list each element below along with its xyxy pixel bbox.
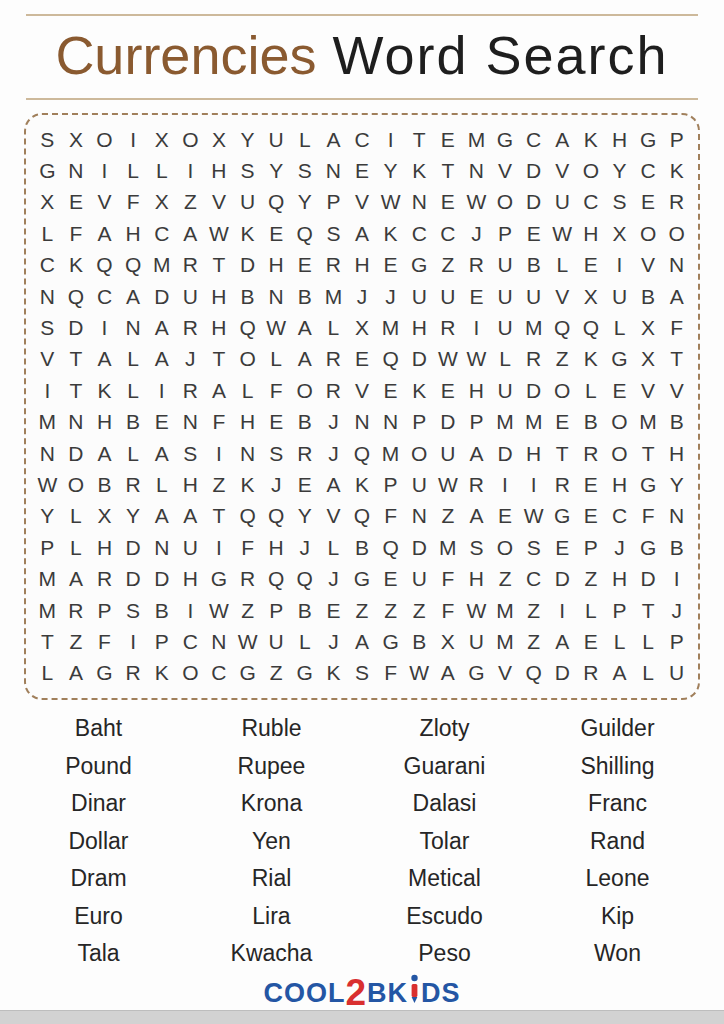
grid-cell: G	[634, 469, 663, 500]
grid-cell: S	[33, 312, 62, 343]
grid-cell: M	[434, 532, 463, 563]
grid-cell: Q	[348, 501, 377, 532]
grid-cell: I	[176, 595, 205, 626]
grid-cell: E	[434, 124, 463, 155]
grid-cell: A	[90, 218, 119, 249]
grid-cell: I	[491, 469, 520, 500]
word-item: Metical	[358, 860, 531, 898]
grid-cell: U	[176, 281, 205, 312]
grid-cell: N	[176, 407, 205, 438]
grid-cell: J	[319, 438, 348, 469]
word-item: Escudo	[358, 898, 531, 936]
grid-cell: W	[462, 595, 491, 626]
grid-cell: B	[577, 407, 606, 438]
grid-cell: B	[290, 595, 319, 626]
grid-cell: I	[662, 563, 691, 594]
grid-cell: Q	[62, 281, 91, 312]
grid-cell: V	[319, 501, 348, 532]
grid-cell: Z	[62, 626, 91, 657]
grid-cell: Z	[519, 595, 548, 626]
grid-cell: O	[605, 407, 634, 438]
grid-cell: E	[147, 407, 176, 438]
word-item: Zloty	[358, 710, 531, 748]
grid-cell: R	[176, 312, 205, 343]
grid-cell: W	[376, 187, 405, 218]
grid-cell: Q	[376, 344, 405, 375]
word-item: Dalasi	[358, 785, 531, 823]
grid-cell: K	[577, 344, 606, 375]
grid-cell: U	[434, 281, 463, 312]
grid-cell: J	[348, 281, 377, 312]
grid-cell: R	[548, 469, 577, 500]
grid-cell: F	[434, 595, 463, 626]
grid-cell: Q	[262, 187, 291, 218]
grid-cell: F	[62, 218, 91, 249]
grid-cell: L	[605, 312, 634, 343]
grid-cell: T	[634, 438, 663, 469]
grid-cell: Q	[290, 563, 319, 594]
grid-cell: Z	[405, 595, 434, 626]
grid-cell: K	[662, 155, 691, 186]
grid-cell: L	[290, 124, 319, 155]
grid-cell: W	[462, 187, 491, 218]
grid-cell: P	[662, 626, 691, 657]
logo-segment: COOL	[263, 978, 345, 1008]
grid-cell: D	[434, 407, 463, 438]
grid-cell: U	[491, 281, 520, 312]
grid-cell: E	[376, 563, 405, 594]
grid-cell: I	[176, 155, 205, 186]
grid-cell: D	[62, 312, 91, 343]
grid-cell: C	[519, 563, 548, 594]
grid-cell: H	[662, 438, 691, 469]
grid-cell: J	[319, 626, 348, 657]
grid-cell: A	[548, 626, 577, 657]
grid-cell: Y	[233, 124, 262, 155]
grid-cell: C	[405, 218, 434, 249]
grid-cell: O	[491, 532, 520, 563]
grid-cell: H	[405, 312, 434, 343]
grid-cell: A	[90, 344, 119, 375]
grid-cell: S	[348, 658, 377, 689]
grid-cell: E	[262, 407, 291, 438]
grid-cell: N	[147, 532, 176, 563]
grid-cell: A	[176, 218, 205, 249]
grid-cell: U	[491, 312, 520, 343]
grid-cell: V	[491, 155, 520, 186]
grid-cell: B	[119, 407, 148, 438]
grid-cell: O	[548, 375, 577, 406]
grid-cell: A	[548, 124, 577, 155]
grid-cell: Z	[376, 595, 405, 626]
grid-cell: I	[605, 250, 634, 281]
grid-cell: H	[605, 124, 634, 155]
word-list: BahtPoundDinarDollarDramEuroTalaRubleRup…	[12, 710, 704, 973]
grid-cell: B	[662, 407, 691, 438]
grid-cell: C	[634, 155, 663, 186]
grid-cell: L	[119, 438, 148, 469]
grid-cell: K	[577, 124, 606, 155]
grid-cell: N	[33, 281, 62, 312]
grid-cell: S	[519, 532, 548, 563]
grid-cell: X	[33, 187, 62, 218]
grid-cell: C	[605, 501, 634, 532]
grid-cell: K	[348, 469, 377, 500]
grid-cell: E	[290, 250, 319, 281]
grid-cell: Q	[348, 438, 377, 469]
grid-cell: G	[376, 626, 405, 657]
grid-cell: X	[348, 312, 377, 343]
grid-cell: N	[662, 501, 691, 532]
grid-cell: M	[147, 250, 176, 281]
grid-cell: A	[147, 501, 176, 532]
grid-cell: H	[262, 250, 291, 281]
grid-cell: L	[262, 344, 291, 375]
grid-cell: U	[491, 375, 520, 406]
grid-cell: A	[62, 563, 91, 594]
grid-cell: E	[462, 281, 491, 312]
grid-cell: S	[605, 187, 634, 218]
grid-cell: G	[90, 658, 119, 689]
grid-cell: N	[33, 438, 62, 469]
grid-cell: A	[462, 501, 491, 532]
grid-cell: Q	[90, 250, 119, 281]
grid-cell: M	[462, 124, 491, 155]
word-item: Franc	[531, 785, 704, 823]
grid-cell: K	[62, 250, 91, 281]
grid-cell: X	[147, 187, 176, 218]
grid-cell: Q	[119, 250, 148, 281]
grid-cell: D	[519, 375, 548, 406]
grid-cell: E	[434, 187, 463, 218]
grid-cell: F	[233, 532, 262, 563]
grid-cell: X	[605, 218, 634, 249]
word-item: Guarani	[358, 748, 531, 786]
grid-cell: N	[233, 438, 262, 469]
grid-cell: Q	[548, 312, 577, 343]
grid-cell: D	[548, 658, 577, 689]
grid-cell: P	[262, 595, 291, 626]
grid-cell: G	[634, 532, 663, 563]
grid-cell: H	[176, 469, 205, 500]
grid-cell: A	[290, 344, 319, 375]
grid-cell: G	[233, 658, 262, 689]
grid-cell: Z	[205, 469, 234, 500]
grid-cell: E	[605, 375, 634, 406]
grid-cell: C	[147, 218, 176, 249]
grid-cell: N	[348, 407, 377, 438]
grid-cell: E	[577, 626, 606, 657]
grid-cell: L	[577, 375, 606, 406]
grid-cell: I	[205, 532, 234, 563]
grid-cell: V	[548, 281, 577, 312]
grid-cell: X	[62, 124, 91, 155]
grid-cell: E	[376, 375, 405, 406]
word-item: Lira	[185, 898, 358, 936]
grid-cell: T	[62, 344, 91, 375]
grid-cell: E	[62, 187, 91, 218]
grid-cell: E	[577, 469, 606, 500]
grid-cell: J	[319, 563, 348, 594]
grid-cell: R	[176, 375, 205, 406]
grid-cell: A	[147, 438, 176, 469]
grid-cell: Y	[290, 501, 319, 532]
grid-cell: W	[462, 344, 491, 375]
grid-cell: F	[119, 187, 148, 218]
grid-cell: A	[605, 658, 634, 689]
grid-cell: C	[519, 124, 548, 155]
grid-cell: J	[605, 532, 634, 563]
grid-cell: N	[62, 407, 91, 438]
grid-cell: L	[491, 344, 520, 375]
grid-cell: S	[462, 532, 491, 563]
grid-cell: D	[405, 344, 434, 375]
grid-cell: W	[205, 595, 234, 626]
grid-cell: Q	[233, 312, 262, 343]
grid-cell: P	[405, 407, 434, 438]
grid-cell: Z	[519, 626, 548, 657]
grid-cell: F	[376, 501, 405, 532]
grid-cell: V	[491, 658, 520, 689]
grid-cell: W	[548, 218, 577, 249]
grid-cell: F	[205, 407, 234, 438]
grid-cell: Y	[262, 155, 291, 186]
grid-cell: W	[434, 344, 463, 375]
grid-cell: E	[348, 344, 377, 375]
grid-cell: D	[548, 563, 577, 594]
grid-cell: R	[119, 658, 148, 689]
grid-cell: D	[119, 563, 148, 594]
grid-cell: Z	[348, 595, 377, 626]
grid-cell: A	[205, 375, 234, 406]
grid-cell: T	[205, 344, 234, 375]
grid-cell: U	[262, 626, 291, 657]
grid-cell: I	[119, 626, 148, 657]
grid-cell: E	[290, 469, 319, 500]
grid-cell: T	[662, 344, 691, 375]
grid-cell: Q	[262, 501, 291, 532]
grid-cell: Y	[290, 187, 319, 218]
grid-cell: R	[434, 312, 463, 343]
grid-cell: W	[262, 312, 291, 343]
grid-cell: X	[90, 501, 119, 532]
grid-cell: H	[577, 218, 606, 249]
word-item: Rupee	[185, 748, 358, 786]
grid-cell: E	[577, 501, 606, 532]
grid-cell: X	[634, 312, 663, 343]
grid-cell: A	[147, 344, 176, 375]
grid-cell: J	[176, 344, 205, 375]
word-item: Krona	[185, 785, 358, 823]
grid-cell: N	[119, 312, 148, 343]
grid-cell: L	[634, 658, 663, 689]
grid-cell: L	[33, 658, 62, 689]
grid-cell: U	[176, 532, 205, 563]
grid-cell: G	[348, 563, 377, 594]
grid-cell: B	[662, 532, 691, 563]
grid-cell: P	[605, 595, 634, 626]
word-item: Dollar	[12, 823, 185, 861]
grid-cell: Y	[605, 155, 634, 186]
grid-cell: A	[348, 626, 377, 657]
grid-cell: X	[634, 344, 663, 375]
grid-cell: E	[434, 375, 463, 406]
grid-cell: X	[147, 124, 176, 155]
grid-cell: U	[434, 438, 463, 469]
page-title: CurrenciesWord Search	[26, 14, 698, 100]
grid-cell: E	[319, 595, 348, 626]
grid-cell: Q	[577, 312, 606, 343]
grid-cell: L	[119, 344, 148, 375]
grid-cell: E	[577, 250, 606, 281]
grid-cell: G	[634, 124, 663, 155]
grid-cell: D	[119, 532, 148, 563]
grid-cell: A	[90, 438, 119, 469]
grid-cell: J	[376, 281, 405, 312]
grid-cell: I	[462, 312, 491, 343]
grid-cell: M	[376, 438, 405, 469]
logo-segment: DS	[421, 978, 461, 1008]
grid-cell: F	[262, 375, 291, 406]
title-word-search: Word Search	[332, 25, 668, 85]
grid-cell: A	[119, 281, 148, 312]
grid-cell: N	[376, 407, 405, 438]
grid-cell: Q	[233, 501, 262, 532]
grid-cell: A	[176, 501, 205, 532]
grid-cell: R	[462, 469, 491, 500]
grid-cell: B	[405, 626, 434, 657]
grid-cell: O	[90, 124, 119, 155]
grid-cell: U	[233, 187, 262, 218]
grid-cell: N	[462, 155, 491, 186]
grid-cell: X	[205, 124, 234, 155]
grid-cell: T	[205, 250, 234, 281]
grid-cell: W	[205, 218, 234, 249]
grid-cell: O	[62, 469, 91, 500]
grid-cell: L	[147, 469, 176, 500]
word-item: Shilling	[531, 748, 704, 786]
grid-cell: S	[290, 155, 319, 186]
grid-cell: J	[462, 218, 491, 249]
grid-cell: W	[33, 469, 62, 500]
grid-cell: N	[405, 187, 434, 218]
grid-cell: E	[634, 187, 663, 218]
grid-cell: U	[462, 626, 491, 657]
grid-cell: L	[319, 312, 348, 343]
word-item: Euro	[12, 898, 185, 936]
grid-cell: F	[90, 626, 119, 657]
grid-cell: H	[119, 218, 148, 249]
grid-cell: O	[233, 344, 262, 375]
title-currencies: Currencies	[55, 25, 316, 85]
grid-cell: P	[376, 469, 405, 500]
grid-cell: I	[548, 595, 577, 626]
grid-cell: K	[233, 218, 262, 249]
grid-cell: P	[662, 124, 691, 155]
grid-cell: H	[605, 563, 634, 594]
grid-cell: O	[605, 438, 634, 469]
grid-cell: O	[662, 218, 691, 249]
grid-cell: J	[290, 532, 319, 563]
grid-cell: B	[634, 281, 663, 312]
grid-cell: C	[33, 250, 62, 281]
word-item: Rand	[531, 823, 704, 861]
grid-cell: H	[348, 250, 377, 281]
grid-cell: O	[491, 187, 520, 218]
grid-cell: G	[548, 501, 577, 532]
grid-cell: T	[33, 626, 62, 657]
grid-cell: M	[519, 312, 548, 343]
grid-cell: R	[319, 344, 348, 375]
grid-cell: Q	[262, 563, 291, 594]
grid-cell: W	[519, 501, 548, 532]
grid-cell: D	[519, 187, 548, 218]
word-item: Tolar	[358, 823, 531, 861]
grid-cell: N	[662, 250, 691, 281]
grid-cell: R	[519, 344, 548, 375]
grid-cell: M	[319, 281, 348, 312]
grid-cell: C	[176, 626, 205, 657]
grid-cell: K	[147, 658, 176, 689]
grid-cell: K	[319, 658, 348, 689]
grid-cell: U	[262, 124, 291, 155]
grid-cell: D	[233, 250, 262, 281]
grid-cell: R	[290, 438, 319, 469]
grid-cell: T	[62, 375, 91, 406]
grid-cell: I	[90, 155, 119, 186]
grid-cell: U	[405, 469, 434, 500]
grid-cell: Y	[119, 501, 148, 532]
grid-cell: K	[90, 375, 119, 406]
grid-cell: E	[348, 155, 377, 186]
grid-cell: S	[262, 438, 291, 469]
grid-cell: R	[577, 658, 606, 689]
grid-cell: V	[90, 187, 119, 218]
grid-cell: B	[233, 281, 262, 312]
grid-cell: G	[405, 250, 434, 281]
grid-cell: L	[62, 532, 91, 563]
word-item: Peso	[358, 935, 531, 973]
grid-cell: I	[519, 469, 548, 500]
grid-cell: F	[634, 501, 663, 532]
grid-cell: G	[491, 124, 520, 155]
grid-cell: E	[519, 218, 548, 249]
word-item: Rial	[185, 860, 358, 898]
grid-cell: Z	[491, 563, 520, 594]
grid-cell: M	[491, 407, 520, 438]
grid-cell: O	[577, 155, 606, 186]
grid-cell: K	[376, 218, 405, 249]
grid-cell: Q	[519, 658, 548, 689]
grid-cell: L	[634, 626, 663, 657]
grid-cell: A	[319, 124, 348, 155]
grid-cell: T	[405, 124, 434, 155]
grid-cell: U	[662, 658, 691, 689]
grid-cell: G	[290, 658, 319, 689]
grid-cell: W	[405, 658, 434, 689]
grid-cell: V	[33, 344, 62, 375]
grid-cell: D	[62, 438, 91, 469]
word-item: Pound	[12, 748, 185, 786]
grid-cell: U	[405, 281, 434, 312]
grid-cell: A	[662, 281, 691, 312]
grid-cell: G	[462, 658, 491, 689]
grid-cell: I	[119, 124, 148, 155]
grid-cell: N	[262, 281, 291, 312]
grid-cell: V	[634, 375, 663, 406]
grid-cell: D	[147, 563, 176, 594]
grid-cell: Q	[290, 218, 319, 249]
